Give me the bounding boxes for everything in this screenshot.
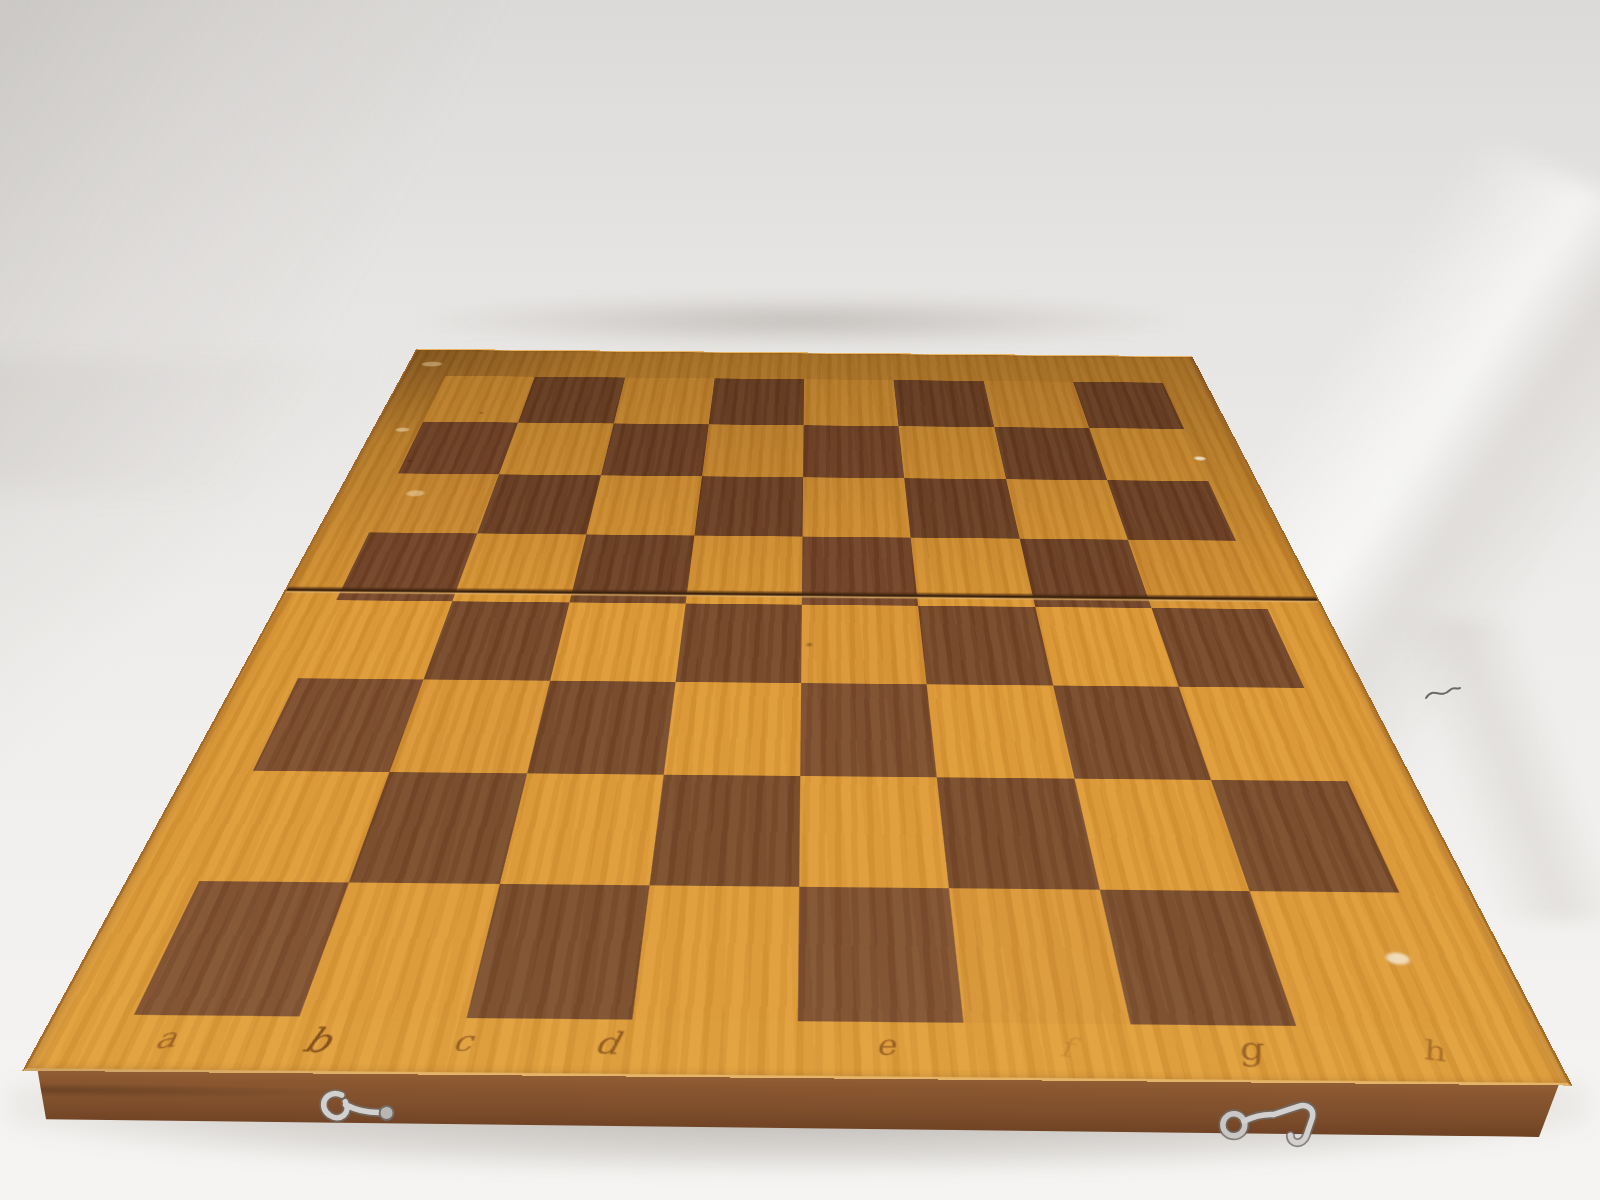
square-c8 xyxy=(613,378,714,425)
square-f3 xyxy=(927,685,1074,779)
file-label-d: d xyxy=(592,1024,623,1061)
square-e8 xyxy=(804,379,899,426)
square-e7 xyxy=(803,425,904,478)
square-d1 xyxy=(632,885,799,1021)
square-d3 xyxy=(663,682,801,776)
square-f2 xyxy=(937,778,1099,890)
square-h6 xyxy=(1107,480,1236,540)
right-hook-clasp-icon xyxy=(1216,1090,1331,1157)
left-hook-clasp-icon xyxy=(304,1075,407,1142)
square-c2 xyxy=(499,774,663,886)
square-e6 xyxy=(803,477,911,537)
wear-mark xyxy=(421,362,443,367)
square-h8 xyxy=(1073,382,1184,429)
square-g8 xyxy=(983,381,1089,428)
square-c1 xyxy=(466,884,649,1020)
square-f8 xyxy=(894,380,994,427)
square-d4 xyxy=(675,603,802,683)
square-e4 xyxy=(801,604,927,684)
square-g7 xyxy=(994,427,1107,480)
square-c6 xyxy=(586,475,702,535)
square-d8 xyxy=(708,378,804,425)
file-label-g: g xyxy=(1232,1030,1266,1068)
square-b7 xyxy=(499,422,613,475)
file-label-f: f xyxy=(1058,1030,1073,1064)
photo-backdrop: abcdefgh xyxy=(0,0,1600,1200)
thread-on-cloth xyxy=(1424,682,1464,706)
file-label-b: b xyxy=(298,1020,338,1059)
square-f4 xyxy=(918,605,1052,685)
file-label-e: e xyxy=(873,1029,897,1062)
square-e1 xyxy=(798,887,964,1023)
square-d7 xyxy=(702,424,804,477)
square-b6 xyxy=(478,474,601,534)
square-a8 xyxy=(423,376,535,423)
square-f6 xyxy=(904,478,1019,538)
square-d6 xyxy=(694,476,803,536)
board-squares xyxy=(134,376,1462,1028)
square-c3 xyxy=(527,681,676,775)
file-label-a: a xyxy=(152,1021,181,1055)
square-b8 xyxy=(518,377,624,424)
chess-board: abcdefgh xyxy=(22,349,1572,1086)
board-tilt-group: abcdefgh xyxy=(0,0,1600,1200)
wear-mark xyxy=(395,428,410,432)
square-f7 xyxy=(899,426,1006,479)
square-c7 xyxy=(601,423,709,476)
square-h7 xyxy=(1089,428,1208,481)
square-h4 xyxy=(1151,608,1304,688)
square-d2 xyxy=(649,775,800,887)
square-c4 xyxy=(550,602,686,682)
file-label-c: c xyxy=(450,1025,476,1057)
file-label-h: h xyxy=(1417,1033,1448,1067)
square-a7 xyxy=(398,422,518,475)
square-e2 xyxy=(799,776,949,888)
square-e3 xyxy=(800,683,937,777)
